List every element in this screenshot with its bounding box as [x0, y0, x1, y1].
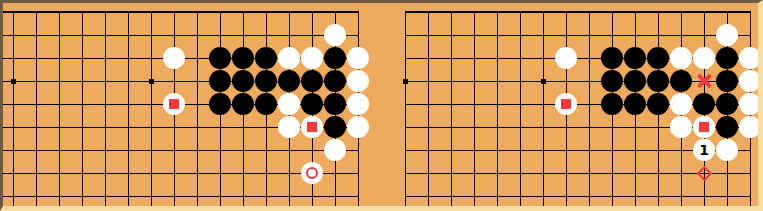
grid-line-vertical	[451, 11, 452, 206]
grid-line-horizontal	[405, 35, 751, 36]
black-stone	[232, 70, 254, 92]
black-stone	[601, 47, 623, 69]
grid-line-vertical	[497, 11, 498, 206]
black-stone	[670, 70, 692, 92]
grid-line-vertical	[13, 11, 14, 206]
grid-line-vertical	[405, 11, 406, 206]
black-stone	[716, 116, 738, 138]
board-right-diagram: 1	[405, 3, 751, 206]
white-stone	[716, 139, 738, 161]
white-stone	[739, 93, 761, 115]
grid-line-vertical	[589, 11, 590, 206]
grid-line-vertical	[105, 11, 106, 206]
white-stone	[324, 24, 346, 46]
grid-line-horizontal	[3, 150, 359, 151]
black-stone	[693, 93, 715, 115]
grid-line-vertical	[428, 11, 429, 206]
star-point	[541, 79, 546, 84]
white-stone	[693, 47, 715, 69]
black-stone	[647, 47, 669, 69]
black-stone	[601, 93, 623, 115]
black-stone	[324, 116, 346, 138]
black-stone	[624, 47, 646, 69]
grid-line-horizontal	[3, 196, 359, 197]
black-stone	[647, 70, 669, 92]
black-stone	[301, 70, 323, 92]
grid-line-vertical	[82, 11, 83, 206]
black-stone	[624, 93, 646, 115]
black-stone	[716, 93, 738, 115]
grid-line-vertical	[36, 11, 37, 206]
star-point	[149, 79, 154, 84]
black-stone	[209, 47, 231, 69]
square-mark	[169, 99, 179, 109]
white-stone	[739, 70, 761, 92]
black-stone	[232, 93, 254, 115]
white-stone	[301, 47, 323, 69]
board-edge-line	[405, 11, 751, 13]
black-stone	[232, 47, 254, 69]
move-number-label: 1	[693, 139, 715, 161]
white-stone	[716, 24, 738, 46]
board-edge-line	[3, 11, 359, 13]
white-stone	[347, 70, 369, 92]
square-mark	[699, 122, 709, 132]
board-left-diagram	[3, 3, 361, 206]
square-mark	[561, 99, 571, 109]
black-stone	[278, 70, 300, 92]
grid-line-horizontal	[3, 35, 359, 36]
white-stone	[278, 47, 300, 69]
grid-line-vertical	[128, 11, 129, 206]
black-stone	[255, 93, 277, 115]
black-stone	[324, 93, 346, 115]
go-diagram-pair-frame: 1	[0, 0, 763, 211]
black-stone	[624, 70, 646, 92]
white-stone	[324, 139, 346, 161]
white-stone	[163, 47, 185, 69]
grid-line-vertical	[474, 11, 475, 206]
star-point	[403, 79, 408, 84]
white-stone	[347, 47, 369, 69]
white-stone	[670, 93, 692, 115]
white-stone	[670, 116, 692, 138]
grid-line-vertical	[151, 11, 152, 206]
black-stone	[716, 47, 738, 69]
grid-line-vertical	[520, 11, 521, 206]
diamond-mark	[696, 165, 712, 181]
white-stone	[739, 116, 761, 138]
black-stone	[209, 93, 231, 115]
white-stone	[347, 116, 369, 138]
x-mark	[696, 73, 713, 90]
black-stone	[647, 93, 669, 115]
star-point	[11, 79, 16, 84]
grid-line-horizontal	[405, 196, 751, 197]
white-stone	[278, 93, 300, 115]
grid-line-vertical	[543, 11, 544, 206]
grid-line-vertical	[197, 11, 198, 206]
black-stone	[255, 47, 277, 69]
white-stone	[347, 93, 369, 115]
circle-mark	[306, 167, 318, 179]
white-stone	[278, 116, 300, 138]
grid-line-vertical	[59, 11, 60, 206]
black-stone	[255, 70, 277, 92]
black-stone	[601, 70, 623, 92]
black-stone	[209, 70, 231, 92]
white-stone	[739, 47, 761, 69]
black-stone	[324, 47, 346, 69]
black-stone	[301, 93, 323, 115]
white-stone	[670, 47, 692, 69]
square-mark	[307, 122, 317, 132]
black-stone	[324, 70, 346, 92]
black-stone	[716, 70, 738, 92]
white-stone	[555, 47, 577, 69]
